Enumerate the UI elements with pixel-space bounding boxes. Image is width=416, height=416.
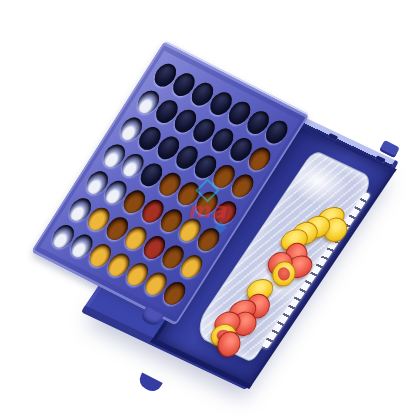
disc-center-red [275, 264, 293, 283]
connect-four-product-photo: ma [0, 0, 416, 416]
tray-bottom-bump [136, 372, 162, 394]
